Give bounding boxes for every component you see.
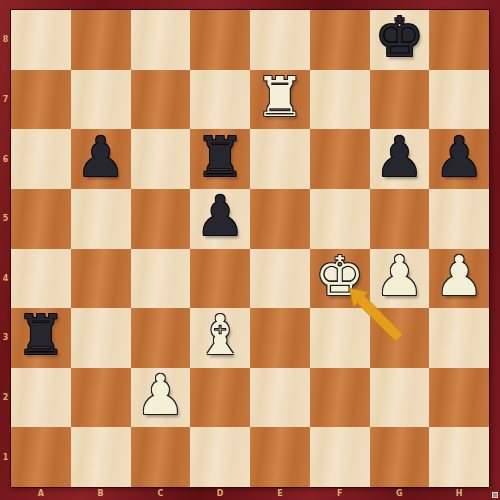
square-g7[interactable] bbox=[370, 70, 430, 130]
square-h1[interactable] bbox=[429, 427, 489, 487]
square-g5[interactable] bbox=[370, 189, 430, 249]
chess-board: ♚♜♟♜♟♟♟♚♟♟♜♝♟ bbox=[11, 10, 489, 487]
square-d6[interactable]: ♜ bbox=[190, 129, 250, 189]
rank-label-2: 2 bbox=[0, 368, 11, 428]
piece-black-pawn-d5[interactable]: ♟ bbox=[195, 189, 244, 244]
square-h4[interactable]: ♟ bbox=[429, 249, 489, 309]
square-a5[interactable] bbox=[11, 189, 71, 249]
square-f1[interactable] bbox=[310, 427, 370, 487]
rank-label-6: 6 bbox=[0, 129, 11, 189]
piece-black-rook-a3[interactable]: ♜ bbox=[16, 308, 65, 363]
square-e6[interactable] bbox=[250, 129, 310, 189]
square-c4[interactable] bbox=[131, 249, 191, 309]
square-c6[interactable] bbox=[131, 129, 191, 189]
square-d5[interactable]: ♟ bbox=[190, 189, 250, 249]
square-c5[interactable] bbox=[131, 189, 191, 249]
square-f4[interactable]: ♚ bbox=[310, 249, 370, 309]
square-c1[interactable] bbox=[131, 427, 191, 487]
square-g6[interactable]: ♟ bbox=[370, 129, 430, 189]
square-a4[interactable] bbox=[11, 249, 71, 309]
rank-label-5: 5 bbox=[0, 189, 11, 249]
rank-label-1: 1 bbox=[0, 427, 11, 487]
piece-black-pawn-b6[interactable]: ♟ bbox=[76, 130, 125, 185]
square-g3[interactable] bbox=[370, 308, 430, 368]
square-h2[interactable] bbox=[429, 368, 489, 428]
file-label-b: B bbox=[71, 487, 131, 500]
square-g4[interactable]: ♟ bbox=[370, 249, 430, 309]
piece-white-rook-e7[interactable]: ♜ bbox=[255, 70, 304, 125]
square-e7[interactable]: ♜ bbox=[250, 70, 310, 130]
square-e1[interactable] bbox=[250, 427, 310, 487]
file-label-h: H bbox=[429, 487, 489, 500]
square-a2[interactable] bbox=[11, 368, 71, 428]
square-h6[interactable]: ♟ bbox=[429, 129, 489, 189]
square-e4[interactable] bbox=[250, 249, 310, 309]
piece-white-pawn-h4[interactable]: ♟ bbox=[434, 249, 483, 304]
square-f2[interactable] bbox=[310, 368, 370, 428]
square-h7[interactable] bbox=[429, 70, 489, 130]
square-b8[interactable] bbox=[71, 10, 131, 70]
file-label-c: C bbox=[131, 487, 191, 500]
square-h3[interactable] bbox=[429, 308, 489, 368]
file-label-g: G bbox=[370, 487, 430, 500]
square-g8[interactable]: ♚ bbox=[370, 10, 430, 70]
square-b4[interactable] bbox=[71, 249, 131, 309]
square-a6[interactable] bbox=[11, 129, 71, 189]
square-d8[interactable] bbox=[190, 10, 250, 70]
square-e8[interactable] bbox=[250, 10, 310, 70]
square-a7[interactable] bbox=[11, 70, 71, 130]
file-label-a: A bbox=[11, 487, 71, 500]
square-d7[interactable] bbox=[190, 70, 250, 130]
rank-labels: 87654321 bbox=[0, 10, 11, 487]
piece-black-pawn-g6[interactable]: ♟ bbox=[375, 130, 424, 185]
file-label-f: F bbox=[310, 487, 370, 500]
square-a3[interactable]: ♜ bbox=[11, 308, 71, 368]
chess-board-frame: 87654321 ♚♜♟♜♟♟♟♚♟♟♜♝♟ ABCDEFGH bbox=[0, 0, 500, 500]
piece-white-pawn-c2[interactable]: ♟ bbox=[136, 368, 185, 423]
square-c7[interactable] bbox=[131, 70, 191, 130]
square-g1[interactable] bbox=[370, 427, 430, 487]
rank-label-4: 4 bbox=[0, 249, 11, 309]
square-b7[interactable] bbox=[71, 70, 131, 130]
square-a8[interactable] bbox=[11, 10, 71, 70]
square-b5[interactable] bbox=[71, 189, 131, 249]
square-h5[interactable] bbox=[429, 189, 489, 249]
file-label-e: E bbox=[250, 487, 310, 500]
square-e3[interactable] bbox=[250, 308, 310, 368]
square-b1[interactable] bbox=[71, 427, 131, 487]
square-b3[interactable] bbox=[71, 308, 131, 368]
square-g2[interactable] bbox=[370, 368, 430, 428]
square-c3[interactable] bbox=[131, 308, 191, 368]
square-f5[interactable] bbox=[310, 189, 370, 249]
file-labels: ABCDEFGH bbox=[11, 487, 489, 500]
square-e5[interactable] bbox=[250, 189, 310, 249]
piece-white-pawn-g4[interactable]: ♟ bbox=[375, 249, 424, 304]
square-d1[interactable] bbox=[190, 427, 250, 487]
piece-black-king-g8[interactable]: ♚ bbox=[375, 10, 424, 65]
square-d3[interactable]: ♝ bbox=[190, 308, 250, 368]
rank-label-7: 7 bbox=[0, 70, 11, 130]
rank-label-3: 3 bbox=[0, 308, 11, 368]
piece-white-bishop-d3[interactable]: ♝ bbox=[195, 308, 244, 363]
square-f3[interactable] bbox=[310, 308, 370, 368]
square-h8[interactable] bbox=[429, 10, 489, 70]
square-c2[interactable]: ♟ bbox=[131, 368, 191, 428]
square-b6[interactable]: ♟ bbox=[71, 129, 131, 189]
square-d2[interactable] bbox=[190, 368, 250, 428]
piece-white-king-f4[interactable]: ♚ bbox=[315, 249, 364, 304]
rank-label-8: 8 bbox=[0, 10, 11, 70]
piece-black-pawn-h6[interactable]: ♟ bbox=[434, 130, 483, 185]
square-d4[interactable] bbox=[190, 249, 250, 309]
square-c8[interactable] bbox=[131, 10, 191, 70]
square-e2[interactable] bbox=[250, 368, 310, 428]
square-a1[interactable] bbox=[11, 427, 71, 487]
piece-black-rook-d6[interactable]: ♜ bbox=[195, 130, 244, 185]
file-label-d: D bbox=[190, 487, 250, 500]
square-f8[interactable] bbox=[310, 10, 370, 70]
square-f7[interactable] bbox=[310, 70, 370, 130]
square-f6[interactable] bbox=[310, 129, 370, 189]
square-b2[interactable] bbox=[71, 368, 131, 428]
resize-grip-dot bbox=[492, 492, 498, 498]
